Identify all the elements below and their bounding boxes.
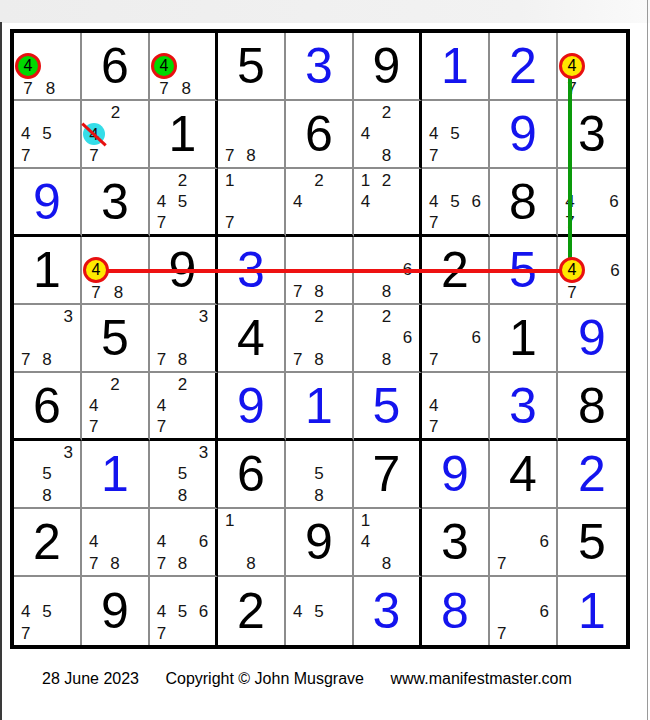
candidate-3: 3: [193, 306, 214, 327]
candidate-7: 7: [83, 553, 104, 574]
cell-value-solved: 1: [286, 373, 352, 438]
candidate-7: 7: [287, 349, 308, 370]
cell-r9c4[interactable]: 2: [218, 577, 286, 645]
cell-value-solved: 5: [354, 373, 419, 438]
cell-r2c1[interactable]: 457: [14, 101, 82, 169]
cell-r8c2[interactable]: 478: [82, 509, 150, 577]
candidate-grid: 358: [15, 442, 79, 506]
candidate-grid: 67: [491, 578, 555, 644]
cell-value-solved: 8: [422, 577, 488, 645]
candidate-4: 4: [355, 191, 376, 212]
candidate-8: 8: [308, 485, 329, 506]
cell-r3c2[interactable]: 3: [82, 169, 150, 237]
candidate-4: 4: [83, 395, 104, 416]
cell-r2c7[interactable]: 457: [422, 101, 490, 169]
cell-value-given: 9: [82, 577, 148, 645]
cell-value-given: 1: [150, 101, 215, 167]
cell-r8c6[interactable]: 148: [354, 509, 422, 577]
candidate-grid: 47: [559, 34, 625, 98]
cell-value-solved: 2: [490, 33, 556, 99]
cell-value-solved: 1: [422, 33, 488, 99]
cell-value-solved: 2: [558, 441, 626, 507]
cell-r1c1[interactable]: 478: [14, 33, 82, 101]
cell-r6c2[interactable]: 247: [82, 373, 150, 441]
cell-r5c1[interactable]: 378: [14, 305, 82, 373]
candidate-8: 8: [376, 145, 397, 166]
candidate-grid: 4567: [151, 578, 214, 644]
candidate-4: 4: [423, 395, 444, 416]
candidate-2: 2: [105, 102, 126, 123]
cell-r2c4[interactable]: 78: [218, 101, 286, 169]
candidate-5: 5: [444, 191, 465, 212]
sudoku-board: 4786478539124745724717862484579393245717…: [10, 29, 630, 649]
cell-value-given: 3: [422, 509, 488, 575]
candidate-7: 7: [287, 281, 308, 302]
cell-r3c4[interactable]: 17: [218, 169, 286, 237]
candidate-6: 6: [193, 531, 214, 552]
candidate-5: 5: [308, 463, 329, 484]
cell-r7c3[interactable]: 358: [150, 441, 218, 509]
highlight-circle-yellow: 4: [559, 53, 585, 79]
candidate-5: 5: [36, 600, 57, 622]
candidate-grid: 124: [355, 170, 418, 233]
cell-r4c9[interactable]: 467: [558, 237, 626, 305]
candidate-6: 6: [397, 259, 418, 280]
cell-r5c8[interactable]: 1: [490, 305, 558, 373]
cell-value-solved: 9: [490, 101, 556, 167]
candidate-5: 5: [36, 463, 57, 484]
candidate-grid: 58: [287, 442, 351, 506]
candidate-grid: 4567: [423, 170, 487, 233]
cell-r7c7[interactable]: 9: [422, 441, 490, 509]
candidate-7: 7: [423, 349, 444, 370]
highlight-circle-yellow: 4: [83, 257, 109, 283]
candidate-grid: 467: [559, 238, 625, 302]
cell-value-given: 9: [286, 509, 352, 575]
candidate-6: 6: [193, 600, 214, 622]
candidate-7: 7: [83, 145, 105, 166]
cell-r7c8[interactable]: 4: [490, 441, 558, 509]
cell-r1c6[interactable]: 9: [354, 33, 422, 101]
candidate-7: 7: [423, 416, 444, 437]
cell-r9c1[interactable]: 457: [14, 577, 82, 645]
candidate-3: 3: [193, 442, 214, 463]
cell-r9c5[interactable]: 45: [286, 577, 354, 645]
candidate-4: 4: [15, 53, 41, 79]
cell-r3c3[interactable]: 2457: [150, 169, 218, 237]
candidate-7: 7: [151, 349, 172, 370]
candidate-4: 4: [151, 191, 172, 212]
cell-r6c9[interactable]: 8: [558, 373, 626, 441]
cell-r2c9[interactable]: 3: [558, 101, 626, 169]
cell-value-solved: 3: [354, 577, 419, 645]
window-top-bar: [0, 0, 650, 24]
candidate-6: 6: [534, 600, 555, 622]
candidate-5: 5: [308, 600, 329, 622]
cell-r6c3[interactable]: 247: [150, 373, 218, 441]
cell-r6c5[interactable]: 1: [286, 373, 354, 441]
candidate-grid: 148: [355, 510, 418, 574]
cell-r1c8[interactable]: 2: [490, 33, 558, 101]
cell-r3c5[interactable]: 24: [286, 169, 354, 237]
candidate-8: 8: [177, 79, 196, 98]
candidate-4: 4: [15, 600, 36, 622]
candidate-8: 8: [308, 281, 329, 302]
candidate-4: 4: [355, 123, 376, 144]
candidate-2: 2: [376, 306, 397, 327]
candidate-grid: 78: [287, 238, 351, 302]
cell-r8c4[interactable]: 18: [218, 509, 286, 577]
cell-r4c8[interactable]: 5: [490, 237, 558, 305]
candidate-grid: 247: [83, 102, 147, 166]
candidate-grid: 2457: [151, 170, 214, 233]
candidate-grid: 478: [151, 34, 214, 98]
candidate-7: 7: [219, 212, 240, 233]
candidate-grid: 47: [423, 374, 487, 437]
footer: 28 June 2023 Copyright © John Musgrave w…: [42, 670, 572, 688]
candidate-4: 4: [423, 123, 444, 144]
cell-r3c7[interactable]: 4567: [422, 169, 490, 237]
cell-value-given: 5: [82, 305, 148, 371]
cell-value-given: 4: [218, 305, 284, 371]
candidate-4: 4: [355, 531, 376, 552]
candidate-grid: 247: [151, 374, 214, 437]
highlight-circle-green: 4: [151, 53, 177, 79]
footer-date: 28 June 2023: [42, 670, 139, 687]
cell-value-solved: 3: [286, 33, 352, 99]
cell-value-given: 4: [490, 441, 556, 507]
candidate-7: 7: [559, 212, 581, 233]
candidate-6: 6: [466, 327, 487, 348]
candidate-1: 1: [219, 170, 240, 191]
footer-website: www.manifestmaster.com: [390, 670, 571, 687]
cell-value-given: 7: [354, 441, 419, 507]
cell-value-solved: 1: [82, 441, 148, 507]
cell-r2c5[interactable]: 6: [286, 101, 354, 169]
window-left-edge: [0, 22, 2, 720]
candidate-7: 7: [423, 145, 444, 166]
candidate-8: 8: [104, 553, 125, 574]
candidate-1: 1: [355, 170, 376, 191]
cell-r9c6[interactable]: 3: [354, 577, 422, 645]
candidate-grid: 457: [423, 102, 487, 166]
candidate-2: 2: [172, 170, 193, 191]
cell-r7c6[interactable]: 7: [354, 441, 422, 509]
candidate-6: 6: [603, 191, 625, 212]
cell-r8c9[interactable]: 5: [558, 509, 626, 577]
cell-value-given: 1: [490, 305, 556, 371]
candidate-8: 8: [376, 281, 397, 302]
candidate-7: 7: [491, 622, 512, 644]
cell-r6c7[interactable]: 47: [422, 373, 490, 441]
cell-r5c2[interactable]: 5: [82, 305, 150, 373]
candidate-7: 7: [15, 349, 36, 370]
candidate-6: 6: [605, 257, 625, 283]
candidate-5: 5: [36, 123, 57, 144]
cell-value-given: 6: [14, 373, 80, 438]
cell-r4c6[interactable]: 68: [354, 237, 422, 305]
cell-r6c4[interactable]: 9: [218, 373, 286, 441]
cell-value-given: 3: [558, 101, 626, 167]
candidate-grid: 45: [287, 578, 351, 644]
cell-r9c3[interactable]: 4567: [150, 577, 218, 645]
cell-value-solved: 3: [218, 237, 284, 303]
candidate-7: 7: [491, 553, 512, 574]
candidate-6: 6: [466, 191, 487, 212]
candidate-7: 7: [151, 212, 172, 233]
candidate-3: 3: [58, 306, 79, 327]
cell-value-solved: 9: [422, 441, 488, 507]
candidate-8: 8: [240, 145, 261, 166]
candidate-grid: 378: [15, 306, 79, 370]
cell-r1c9[interactable]: 47: [558, 33, 626, 101]
candidate-8: 8: [172, 553, 193, 574]
cell-r7c4[interactable]: 6: [218, 441, 286, 509]
candidate-grid: 67: [423, 306, 487, 370]
cell-r2c6[interactable]: 248: [354, 101, 422, 169]
candidate-7: 7: [151, 622, 172, 644]
candidate-grid: 467: [559, 170, 625, 233]
cell-r8c5[interactable]: 9: [286, 509, 354, 577]
cell-value-given: 3: [82, 169, 148, 234]
candidate-8: 8: [109, 283, 128, 302]
candidate-grid: 4678: [151, 510, 214, 574]
candidate-4: 4: [559, 257, 585, 283]
cell-r3c1[interactable]: 9: [14, 169, 82, 237]
cell-r3c6[interactable]: 124: [354, 169, 422, 237]
candidate-7: 7: [15, 79, 41, 98]
candidate-grid: 457: [15, 578, 79, 644]
cell-r4c5[interactable]: 78: [286, 237, 354, 305]
candidate-grid: 358: [151, 442, 214, 506]
candidate-4: 4: [15, 123, 36, 144]
candidate-4: 4: [423, 191, 444, 212]
cell-r2c8[interactable]: 9: [490, 101, 558, 169]
candidate-4: 4: [287, 600, 308, 622]
candidate-8: 8: [36, 349, 57, 370]
elimination-mark-cyan: 4: [83, 123, 105, 145]
candidate-2: 2: [308, 170, 329, 191]
cell-r9c8[interactable]: 67: [490, 577, 558, 645]
candidate-7: 7: [83, 416, 104, 437]
candidate-grid: 268: [355, 306, 418, 370]
candidate-7: 7: [151, 416, 172, 437]
cell-r6c8[interactable]: 3: [490, 373, 558, 441]
cell-r7c9[interactable]: 2: [558, 441, 626, 509]
candidate-7: 7: [151, 553, 172, 574]
cell-r8c7[interactable]: 3: [422, 509, 490, 577]
cell-r4c4[interactable]: 3: [218, 237, 286, 305]
candidate-grid: 18: [219, 510, 283, 574]
candidate-grid: 67: [491, 510, 555, 574]
candidate-8: 8: [172, 485, 193, 506]
candidate-2: 2: [172, 374, 193, 395]
candidate-4: 4: [151, 395, 172, 416]
candidate-7: 7: [423, 212, 444, 233]
cell-r2c2[interactable]: 247: [82, 101, 150, 169]
cell-r3c9[interactable]: 467: [558, 169, 626, 237]
candidate-7: 7: [559, 79, 585, 98]
candidate-7: 7: [83, 283, 109, 302]
candidate-8: 8: [376, 349, 397, 370]
cell-value-given: 2: [14, 509, 80, 575]
candidate-5: 5: [172, 463, 193, 484]
candidate-8: 8: [240, 553, 261, 574]
cell-r7c1[interactable]: 358: [14, 441, 82, 509]
candidate-2: 2: [104, 374, 125, 395]
candidate-4: 4: [151, 600, 172, 622]
candidate-8: 8: [41, 79, 60, 98]
candidate-8: 8: [376, 553, 397, 574]
cell-value-solved: 5: [490, 237, 556, 303]
cell-value-solved: 9: [14, 169, 80, 234]
cell-r9c7[interactable]: 8: [422, 577, 490, 645]
cell-value-solved: 3: [490, 373, 556, 438]
cell-r1c3[interactable]: 478: [150, 33, 218, 101]
cell-r8c1[interactable]: 2: [14, 509, 82, 577]
cell-value-given: 9: [354, 33, 419, 99]
candidate-6: 6: [397, 327, 418, 348]
cell-r7c2[interactable]: 1: [82, 441, 150, 509]
candidate-4: 4: [559, 53, 585, 79]
cell-value-solved: 9: [218, 373, 284, 438]
candidate-2: 2: [308, 306, 329, 327]
candidate-5: 5: [172, 191, 193, 212]
cell-value-solved: 1: [558, 577, 626, 645]
cell-value-given: 1: [14, 237, 80, 303]
candidate-grid: 478: [83, 510, 147, 574]
cell-value-solved: 9: [558, 305, 626, 371]
cell-r4c3[interactable]: 9: [150, 237, 218, 305]
candidate-4: 4: [151, 53, 177, 79]
candidate-6: 6: [534, 531, 555, 552]
cell-r5c5[interactable]: 278: [286, 305, 354, 373]
cell-r3c8[interactable]: 8: [490, 169, 558, 237]
candidate-5: 5: [172, 600, 193, 622]
cell-value-given: 6: [82, 33, 148, 99]
cell-value-given: 2: [422, 237, 488, 303]
candidate-grid: 78: [219, 102, 283, 166]
candidate-4: 4: [83, 123, 105, 145]
candidate-2: 2: [376, 102, 397, 123]
candidate-grid: 247: [83, 374, 147, 437]
cell-r7c5[interactable]: 58: [286, 441, 354, 509]
cell-r6c1[interactable]: 6: [14, 373, 82, 441]
candidate-8: 8: [308, 349, 329, 370]
candidate-7: 7: [219, 145, 240, 166]
candidate-1: 1: [355, 510, 376, 531]
candidate-grid: 248: [355, 102, 418, 166]
candidate-7: 7: [559, 283, 585, 302]
highlight-circle-green: 4: [15, 53, 41, 79]
highlight-circle-yellow: 4: [559, 257, 585, 283]
candidate-2: 2: [376, 170, 397, 191]
candidate-4: 4: [83, 531, 104, 552]
cell-r4c1[interactable]: 1: [14, 237, 82, 305]
candidate-3: 3: [58, 442, 79, 463]
candidate-grid: 378: [151, 306, 214, 370]
candidate-5: 5: [444, 123, 465, 144]
cell-r1c2[interactable]: 6: [82, 33, 150, 101]
cell-r5c3[interactable]: 378: [150, 305, 218, 373]
candidate-7: 7: [15, 622, 36, 644]
cell-r5c4[interactable]: 4: [218, 305, 286, 373]
cell-value-given: 6: [218, 441, 284, 507]
cell-value-given: 5: [558, 509, 626, 575]
cell-r1c4[interactable]: 5: [218, 33, 286, 101]
candidate-grid: 24: [287, 170, 351, 233]
cell-value-given: 8: [490, 169, 556, 234]
cell-r9c2[interactable]: 9: [82, 577, 150, 645]
candidate-grid: 278: [287, 306, 351, 370]
window-right-edge: [647, 0, 648, 720]
candidate-4: 4: [287, 191, 308, 212]
cell-r5c7[interactable]: 67: [422, 305, 490, 373]
cell-r1c5[interactable]: 3: [286, 33, 354, 101]
cell-r5c6[interactable]: 268: [354, 305, 422, 373]
cell-r2c3[interactable]: 1: [150, 101, 218, 169]
cell-r5c9[interactable]: 9: [558, 305, 626, 373]
cell-r1c7[interactable]: 1: [422, 33, 490, 101]
candidate-8: 8: [36, 485, 57, 506]
candidate-1: 1: [219, 510, 240, 531]
candidate-grid: 478: [15, 34, 79, 98]
cell-value-given: 6: [286, 101, 352, 167]
footer-copyright: Copyright © John Musgrave: [165, 670, 364, 687]
cell-r8c3[interactable]: 4678: [150, 509, 218, 577]
candidate-grid: 478: [83, 238, 147, 302]
cell-r4c7[interactable]: 2: [422, 237, 490, 305]
candidate-7: 7: [151, 79, 177, 98]
candidate-7: 7: [15, 145, 36, 166]
cell-value-given: 5: [218, 33, 284, 99]
cell-value-given: 8: [558, 373, 626, 438]
candidate-8: 8: [172, 349, 193, 370]
cell-value-given: 2: [218, 577, 284, 645]
candidate-grid: 68: [355, 238, 418, 302]
cell-r8c8[interactable]: 67: [490, 509, 558, 577]
cell-value-given: 9: [150, 237, 215, 303]
cell-r6c6[interactable]: 5: [354, 373, 422, 441]
candidate-grid: 17: [219, 170, 283, 233]
cell-r4c2[interactable]: 478: [82, 237, 150, 305]
cell-r9c9[interactable]: 1: [558, 577, 626, 645]
candidate-4: 4: [151, 531, 172, 552]
candidate-grid: 457: [15, 102, 79, 166]
candidate-4: 4: [83, 257, 109, 283]
candidate-4: 4: [559, 191, 581, 212]
